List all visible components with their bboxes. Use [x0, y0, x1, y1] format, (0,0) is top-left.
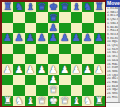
square-c2[interactable] [25, 85, 36, 95]
square-f2[interactable] [59, 85, 70, 95]
piece-white-pawn-a4[interactable]: ♟ [3, 64, 12, 74]
square-a9[interactable] [2, 12, 13, 22]
piece-blue-pawn-e8[interactable]: ♟ [49, 22, 58, 32]
move-row-25[interactable]: 25. Rf3-e3 Rf-f7 [106, 96, 118, 100]
piece-blue-pawn-h7[interactable]: ♟ [83, 33, 92, 43]
move-list[interactable]: 1. e3-e4 e8-e72. Nb1-c3 Nh-g83. Bc1-e3 B… [106, 7, 118, 102]
piece-white-rook-a1[interactable]: ♜ [3, 95, 12, 105]
square-d7[interactable]: ♟ [36, 33, 47, 43]
square-b4[interactable]: ♟ [13, 64, 24, 74]
game-board: ♜♞♝♛♚♛♝♞♜♛♟♟♟♟♟♟♟♟♟♟♟♟♟♟♟♟♟♟♟♟♛♜♞♝♛♚♛♝♞♜ [2, 2, 105, 106]
square-b9[interactable] [13, 12, 24, 22]
square-f7[interactable]: ♟ [59, 33, 70, 43]
square-a1[interactable]: ♜ [2, 96, 13, 106]
piece-blue-pawn-a7[interactable]: ♟ [3, 33, 12, 43]
square-e1[interactable]: ♚ [48, 96, 59, 106]
square-i8[interactable] [94, 23, 105, 33]
piece-blue-knight-h10[interactable]: ♞ [83, 2, 92, 12]
square-g8[interactable] [71, 23, 82, 33]
piece-blue-pawn-b7[interactable]: ♟ [15, 33, 24, 43]
square-f5[interactable] [59, 54, 70, 64]
move-list-panel: Moves 1. e3-e4 e8-e72. Nb1-c3 Nh-g83. Bc… [105, 0, 120, 107]
square-f9[interactable] [59, 12, 70, 22]
square-e4[interactable]: ♟ [48, 64, 59, 74]
piece-blue-rook-a10[interactable]: ♜ [3, 2, 12, 12]
square-e5[interactable] [48, 54, 59, 64]
square-c3[interactable] [25, 75, 36, 85]
square-a4[interactable]: ♟ [2, 64, 13, 74]
move-list-scrollbar[interactable] [118, 7, 120, 102]
square-b1[interactable]: ♞ [13, 96, 24, 106]
square-c9[interactable] [25, 12, 36, 22]
piece-white-knight-b1[interactable]: ♞ [15, 95, 24, 105]
square-i9[interactable] [94, 12, 105, 22]
square-b6[interactable] [13, 44, 24, 54]
piece-blue-rook-i10[interactable]: ♜ [95, 2, 104, 12]
square-f4[interactable]: ♟ [59, 64, 70, 74]
piece-blue-pawn-i7[interactable]: ♟ [95, 33, 104, 43]
board-border: ♜♞♝♛♚♛♝♞♜♛♟♟♟♟♟♟♟♟♟♟♟♟♟♟♟♟♟♟♟♟♛♜♞♝♛♚♛♝♞♜ [0, 0, 105, 107]
square-i10[interactable]: ♜ [94, 2, 105, 12]
piece-white-pawn-h4[interactable]: ♟ [83, 64, 92, 74]
square-i6[interactable] [94, 44, 105, 54]
piece-blue-bishop-c10[interactable]: ♝ [26, 2, 35, 12]
piece-blue-pawn-d7[interactable]: ♟ [38, 33, 47, 43]
piece-white-guard-f1[interactable]: ♛ [60, 95, 69, 105]
square-h6[interactable] [82, 44, 93, 54]
square-g9[interactable] [71, 12, 82, 22]
square-e7[interactable]: ♟ [48, 33, 59, 43]
square-g10[interactable]: ♝ [71, 2, 82, 12]
square-d2[interactable] [36, 85, 47, 95]
piece-white-bishop-g1[interactable]: ♝ [72, 95, 81, 105]
square-d4[interactable]: ♟ [36, 64, 47, 74]
piece-white-pawn-f4[interactable]: ♟ [60, 64, 69, 74]
square-a2[interactable] [2, 85, 13, 95]
square-h1[interactable]: ♞ [82, 96, 93, 106]
square-c5[interactable] [25, 54, 36, 64]
square-d1[interactable]: ♛ [36, 96, 47, 106]
piece-blue-queen-e9[interactable]: ♛ [49, 12, 58, 22]
square-e9[interactable]: ♛ [48, 12, 59, 22]
square-b10[interactable]: ♞ [13, 2, 24, 12]
scrollbar-thumb[interactable] [118, 7, 120, 17]
square-g7[interactable]: ♟ [71, 33, 82, 43]
piece-blue-knight-b10[interactable]: ♞ [15, 2, 24, 12]
square-c7[interactable]: ♟ [25, 33, 36, 43]
square-i7[interactable]: ♟ [94, 33, 105, 43]
square-b3[interactable] [13, 75, 24, 85]
square-g4[interactable]: ♟ [71, 64, 82, 74]
square-d8[interactable] [36, 23, 47, 33]
square-c10[interactable]: ♝ [25, 2, 36, 12]
piece-white-pawn-g4[interactable]: ♟ [72, 64, 81, 74]
square-c8[interactable] [25, 23, 36, 33]
square-c6[interactable] [25, 44, 36, 54]
square-e10[interactable]: ♚ [48, 2, 59, 12]
square-i4[interactable]: ♟ [94, 64, 105, 74]
square-d3[interactable] [36, 75, 47, 85]
piece-blue-guard-d10[interactable]: ♛ [38, 2, 47, 12]
square-b8[interactable] [13, 23, 24, 33]
square-f8[interactable] [59, 23, 70, 33]
square-b2[interactable] [13, 85, 24, 95]
piece-blue-pawn-f7[interactable]: ♟ [60, 33, 69, 43]
square-d10[interactable]: ♛ [36, 2, 47, 12]
piece-blue-pawn-e7[interactable]: ♟ [49, 33, 58, 43]
square-f1[interactable]: ♛ [59, 96, 70, 106]
square-i3[interactable] [94, 75, 105, 85]
square-e8[interactable]: ♟ [48, 23, 59, 33]
piece-blue-pawn-g7[interactable]: ♟ [72, 33, 81, 43]
square-f10[interactable]: ♛ [59, 2, 70, 12]
square-b5[interactable] [13, 54, 24, 64]
square-a5[interactable] [2, 54, 13, 64]
square-a10[interactable]: ♜ [2, 2, 13, 12]
piece-white-pawn-d4[interactable]: ♟ [38, 64, 47, 74]
piece-white-pawn-b4[interactable]: ♟ [15, 64, 24, 74]
piece-white-pawn-e3[interactable]: ♟ [49, 74, 58, 84]
square-b7[interactable]: ♟ [13, 33, 24, 43]
square-e6[interactable] [48, 44, 59, 54]
move-list-title: Moves [106, 0, 120, 7]
square-c4[interactable]: ♟ [25, 64, 36, 74]
square-h5[interactable] [82, 54, 93, 64]
piece-blue-guard-f10[interactable]: ♛ [60, 2, 69, 12]
square-e3[interactable]: ♟ [48, 75, 59, 85]
square-e2[interactable]: ♛ [48, 85, 59, 95]
square-c1[interactable]: ♝ [25, 96, 36, 106]
square-a3[interactable] [2, 75, 13, 85]
piece-white-bishop-c1[interactable]: ♝ [26, 95, 35, 105]
square-f6[interactable] [59, 44, 70, 54]
piece-white-pawn-i4[interactable]: ♟ [95, 64, 104, 74]
square-g1[interactable]: ♝ [71, 96, 82, 106]
piece-white-knight-h1[interactable]: ♞ [83, 95, 92, 105]
square-h4[interactable]: ♟ [82, 64, 93, 74]
square-i5[interactable] [94, 54, 105, 64]
piece-white-king-e1[interactable]: ♚ [49, 95, 58, 105]
square-g2[interactable] [71, 85, 82, 95]
square-h8[interactable] [82, 23, 93, 33]
square-a7[interactable]: ♟ [2, 33, 13, 43]
piece-blue-pawn-c7[interactable]: ♟ [26, 33, 35, 43]
square-i2[interactable] [94, 85, 105, 95]
piece-white-pawn-e4[interactable]: ♟ [49, 64, 58, 74]
square-g3[interactable] [71, 75, 82, 85]
piece-white-queen-e2[interactable]: ♛ [49, 85, 58, 95]
piece-white-guard-d1[interactable]: ♛ [38, 95, 47, 105]
square-d9[interactable] [36, 12, 47, 22]
square-g6[interactable] [71, 44, 82, 54]
app-window: ♜♞♝♛♚♛♝♞♜♛♟♟♟♟♟♟♟♟♟♟♟♟♟♟♟♟♟♟♟♟♛♜♞♝♛♚♛♝♞♜… [0, 0, 120, 107]
panel-status-strip [106, 102, 120, 107]
square-h7[interactable]: ♟ [82, 33, 93, 43]
piece-white-pawn-c4[interactable]: ♟ [26, 64, 35, 74]
piece-blue-king-e10[interactable]: ♚ [49, 2, 58, 12]
square-a6[interactable] [2, 44, 13, 54]
square-a8[interactable] [2, 23, 13, 33]
square-h10[interactable]: ♞ [82, 2, 93, 12]
piece-blue-bishop-g10[interactable]: ♝ [72, 2, 81, 12]
square-h2[interactable] [82, 85, 93, 95]
square-h3[interactable] [82, 75, 93, 85]
square-d6[interactable] [36, 44, 47, 54]
square-f3[interactable] [59, 75, 70, 85]
square-i1[interactable]: ♜ [94, 96, 105, 106]
square-g5[interactable] [71, 54, 82, 64]
square-h9[interactable] [82, 12, 93, 22]
piece-white-rook-i1[interactable]: ♜ [95, 95, 104, 105]
square-d5[interactable] [36, 54, 47, 64]
